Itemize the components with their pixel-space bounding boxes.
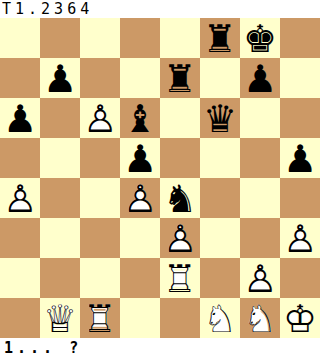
square-f1[interactable]: ♞♘ xyxy=(200,298,240,338)
square-e8[interactable] xyxy=(160,18,200,58)
square-d8[interactable] xyxy=(120,18,160,58)
square-g6[interactable] xyxy=(240,98,280,138)
white-pawn-icon: ♟♙ xyxy=(120,178,160,218)
square-h6[interactable] xyxy=(280,98,320,138)
square-b4[interactable] xyxy=(40,178,80,218)
square-h1[interactable]: ♚♔ xyxy=(280,298,320,338)
square-c5[interactable] xyxy=(80,138,120,178)
black-knight-icon: ♞ xyxy=(160,178,200,218)
black-rook-icon: ♜ xyxy=(160,58,200,98)
square-f3[interactable] xyxy=(200,218,240,258)
black-pawn-icon: ♟ xyxy=(240,58,280,98)
square-h4[interactable] xyxy=(280,178,320,218)
square-c8[interactable] xyxy=(80,18,120,58)
white-pawn-icon: ♟♙ xyxy=(0,178,40,218)
square-b5[interactable] xyxy=(40,138,80,178)
square-e2[interactable]: ♜♖ xyxy=(160,258,200,298)
square-b1[interactable]: ♛♕ xyxy=(40,298,80,338)
white-rook-icon: ♜♖ xyxy=(80,298,120,338)
white-pawn-icon: ♟♙ xyxy=(80,98,120,138)
square-d4[interactable]: ♟♙ xyxy=(120,178,160,218)
square-g7[interactable]: ♟ xyxy=(240,58,280,98)
square-a1[interactable] xyxy=(0,298,40,338)
square-g5[interactable] xyxy=(240,138,280,178)
white-knight-icon: ♞♘ xyxy=(240,298,280,338)
square-f6[interactable]: ♛ xyxy=(200,98,240,138)
square-h7[interactable] xyxy=(280,58,320,98)
white-king-icon: ♚♔ xyxy=(280,298,320,338)
square-c2[interactable] xyxy=(80,258,120,298)
puzzle-id: T1.2364 xyxy=(0,0,320,18)
square-b2[interactable] xyxy=(40,258,80,298)
square-b3[interactable] xyxy=(40,218,80,258)
square-e7[interactable]: ♜ xyxy=(160,58,200,98)
square-a3[interactable] xyxy=(0,218,40,258)
square-a2[interactable] xyxy=(0,258,40,298)
square-a7[interactable] xyxy=(0,58,40,98)
square-c6[interactable]: ♟♙ xyxy=(80,98,120,138)
square-f7[interactable] xyxy=(200,58,240,98)
move-prompt: 1... ? xyxy=(0,338,320,360)
square-f2[interactable] xyxy=(200,258,240,298)
black-pawn-icon: ♟ xyxy=(40,58,80,98)
square-d1[interactable] xyxy=(120,298,160,338)
square-d3[interactable] xyxy=(120,218,160,258)
square-d5[interactable]: ♟ xyxy=(120,138,160,178)
square-e3[interactable]: ♟♙ xyxy=(160,218,200,258)
square-a6[interactable]: ♟ xyxy=(0,98,40,138)
chess-puzzle-app: T1.2364 ♜♚♟♜♟♟♟♙♝♛♟♟♟♙♟♙♞♟♙♟♙♜♖♟♙♛♕♜♖♞♘♞… xyxy=(0,0,320,360)
square-e6[interactable] xyxy=(160,98,200,138)
white-queen-icon: ♛♕ xyxy=(40,298,80,338)
black-pawn-icon: ♟ xyxy=(120,138,160,178)
black-pawn-icon: ♟ xyxy=(280,138,320,178)
square-c7[interactable] xyxy=(80,58,120,98)
square-f4[interactable] xyxy=(200,178,240,218)
square-e1[interactable] xyxy=(160,298,200,338)
square-c3[interactable] xyxy=(80,218,120,258)
black-bishop-icon: ♝ xyxy=(120,98,160,138)
square-f8[interactable]: ♜ xyxy=(200,18,240,58)
square-h5[interactable]: ♟ xyxy=(280,138,320,178)
square-b6[interactable] xyxy=(40,98,80,138)
square-h8[interactable] xyxy=(280,18,320,58)
square-g4[interactable] xyxy=(240,178,280,218)
square-e4[interactable]: ♞ xyxy=(160,178,200,218)
square-c1[interactable]: ♜♖ xyxy=(80,298,120,338)
square-h3[interactable]: ♟♙ xyxy=(280,218,320,258)
square-g3[interactable] xyxy=(240,218,280,258)
white-pawn-icon: ♟♙ xyxy=(240,258,280,298)
square-d2[interactable] xyxy=(120,258,160,298)
square-b7[interactable]: ♟ xyxy=(40,58,80,98)
square-g2[interactable]: ♟♙ xyxy=(240,258,280,298)
black-pawn-icon: ♟ xyxy=(0,98,40,138)
square-d6[interactable]: ♝ xyxy=(120,98,160,138)
black-queen-icon: ♛ xyxy=(200,98,240,138)
chess-board: ♜♚♟♜♟♟♟♙♝♛♟♟♟♙♟♙♞♟♙♟♙♜♖♟♙♛♕♜♖♞♘♞♘♚♔ xyxy=(0,18,320,338)
square-c4[interactable] xyxy=(80,178,120,218)
black-rook-icon: ♜ xyxy=(200,18,240,58)
black-king-icon: ♚ xyxy=(240,18,280,58)
white-knight-icon: ♞♘ xyxy=(200,298,240,338)
square-a5[interactable] xyxy=(0,138,40,178)
white-pawn-icon: ♟♙ xyxy=(280,218,320,258)
square-g8[interactable]: ♚ xyxy=(240,18,280,58)
square-g1[interactable]: ♞♘ xyxy=(240,298,280,338)
square-h2[interactable] xyxy=(280,258,320,298)
square-b8[interactable] xyxy=(40,18,80,58)
square-d7[interactable] xyxy=(120,58,160,98)
white-pawn-icon: ♟♙ xyxy=(160,218,200,258)
white-rook-icon: ♜♖ xyxy=(160,258,200,298)
square-a4[interactable]: ♟♙ xyxy=(0,178,40,218)
square-f5[interactable] xyxy=(200,138,240,178)
square-a8[interactable] xyxy=(0,18,40,58)
square-e5[interactable] xyxy=(160,138,200,178)
